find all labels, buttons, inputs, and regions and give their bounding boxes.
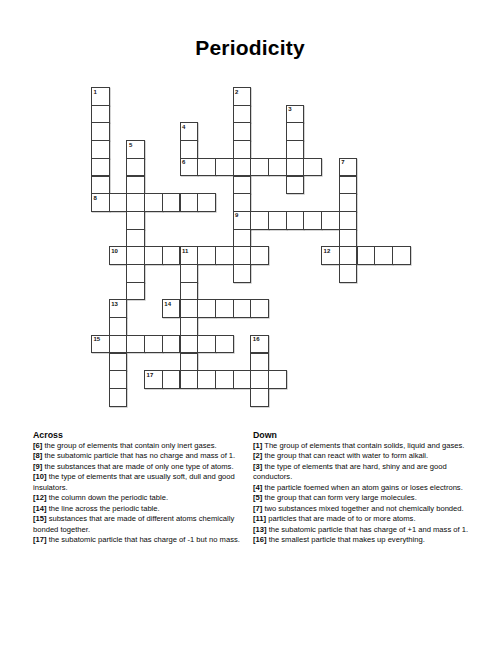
grid-cell-r9c13[interactable]: 12 — [321, 246, 340, 265]
grid-cell-r16c7[interactable] — [215, 370, 234, 389]
grid-cell-r5c0[interactable] — [91, 176, 110, 195]
grid-cell-r4c7[interactable] — [215, 158, 234, 177]
grid-cell-r8c8[interactable] — [233, 229, 252, 248]
cell-number: 16 — [253, 336, 260, 342]
grid-cell-r9c5[interactable]: 11 — [180, 246, 199, 265]
clue-down-11: [11] particles that are made of to or mo… — [253, 514, 469, 525]
grid-cell-r9c16[interactable] — [374, 246, 393, 265]
clue-text: the group that can form very large molec… — [262, 493, 416, 502]
cell-number: 11 — [182, 248, 188, 254]
grid-cell-r12c1[interactable]: 13 — [109, 299, 128, 318]
grid-cell-r12c7[interactable] — [215, 299, 234, 318]
clue-down-13: [13] the subatomic particle that has cha… — [253, 525, 469, 536]
cell-number: 15 — [94, 336, 101, 342]
grid-cell-r13c1[interactable] — [109, 317, 128, 336]
clue-across-12: [12] the column down the periodic table. — [33, 493, 247, 504]
clue-number: [15] — [33, 514, 47, 523]
grid-cell-r7c11[interactable] — [286, 211, 305, 230]
grid-cell-r6c14[interactable] — [339, 193, 358, 212]
grid-cell-r12c5[interactable] — [180, 299, 199, 318]
grid-cell-r14c6[interactable] — [197, 335, 216, 354]
grid-cell-r12c9[interactable] — [250, 299, 269, 318]
grid-cell-r14c9[interactable]: 16 — [250, 335, 269, 354]
grid-cell-r9c1[interactable]: 10 — [109, 246, 128, 265]
clue-down-1: [1] The group of elements that contain s… — [253, 441, 469, 452]
grid-cell-r6c0[interactable]: 8 — [91, 193, 110, 212]
clue-across-10: [10] the type of elements that are usual… — [33, 472, 247, 493]
grid-cell-r4c14[interactable]: 7 — [339, 158, 358, 177]
grid-cell-r4c10[interactable] — [268, 158, 287, 177]
grid-cell-r9c7[interactable] — [215, 246, 234, 265]
grid-cell-r16c8[interactable] — [233, 370, 252, 389]
clue-text: the line across the periodic table. — [47, 504, 160, 513]
clue-text: the subatomic particle that has charge o… — [47, 535, 240, 544]
clue-down-2: [2] the group that can react with water … — [253, 451, 469, 462]
grid-cell-r3c11[interactable] — [286, 140, 305, 159]
grid-cell-r3c2[interactable]: 5 — [126, 140, 145, 159]
grid-cell-r16c3[interactable]: 17 — [144, 370, 163, 389]
grid-cell-r14c3[interactable] — [144, 335, 163, 354]
clue-number: [7] — [253, 504, 262, 513]
grid-cell-r0c8[interactable]: 2 — [233, 87, 252, 106]
clue-text: the subatomic particle that has charge o… — [267, 525, 469, 534]
grid-cell-r14c2[interactable] — [126, 335, 145, 354]
grid-cell-r7c2[interactable] — [126, 211, 145, 230]
grid-cell-r7c13[interactable] — [321, 211, 340, 230]
clue-number: [11] — [253, 514, 266, 523]
cell-number: 10 — [111, 248, 118, 254]
clue-text: the substances that are made of only one… — [42, 462, 233, 471]
grid-cell-r2c8[interactable] — [233, 122, 252, 141]
clue-number: [6] — [33, 441, 42, 450]
grid-cell-r10c5[interactable] — [180, 264, 199, 283]
grid-cell-r7c9[interactable] — [250, 211, 269, 230]
clue-text: the type of elements that are usually so… — [33, 472, 235, 492]
clue-text: the subatomic particle that has no charg… — [42, 451, 235, 460]
clue-text: substances that are made of different at… — [33, 514, 234, 534]
cell-number: 6 — [182, 159, 185, 165]
clue-number: [17] — [33, 535, 47, 544]
grid-cell-r16c10[interactable] — [268, 370, 287, 389]
grid-cell-r4c12[interactable] — [303, 158, 322, 177]
grid-cell-r2c11[interactable] — [286, 122, 305, 141]
clue-down-3: [3] the type of elements that are hard, … — [253, 462, 469, 483]
grid-cell-r11c2[interactable] — [126, 282, 145, 301]
grid-cell-r16c9[interactable] — [250, 370, 269, 389]
cell-number: 2 — [235, 89, 238, 95]
grid-cell-r5c11[interactable] — [286, 176, 305, 195]
grid-cell-r13c5[interactable] — [180, 317, 199, 336]
clue-number: [16] — [253, 535, 267, 544]
grid-cell-r14c4[interactable] — [162, 335, 181, 354]
clue-text: the group of elements that contain only … — [42, 441, 216, 450]
grid-cell-r9c8[interactable] — [233, 246, 252, 265]
grid-cell-r16c5[interactable] — [180, 370, 199, 389]
grid-cell-r0c0[interactable]: 1 — [91, 87, 110, 106]
grid-cell-r10c2[interactable] — [126, 264, 145, 283]
grid-cell-r9c14[interactable] — [339, 246, 358, 265]
grid-cell-r9c4[interactable] — [162, 246, 181, 265]
clue-number: [3] — [253, 462, 262, 471]
clue-text: the column down the periodic table. — [47, 493, 169, 502]
clue-text: the group that can react with water to f… — [262, 451, 428, 460]
clue-text: the particle foemed when an atom gains o… — [262, 483, 463, 492]
grid-cell-r9c17[interactable] — [392, 246, 411, 265]
cell-number: 13 — [111, 301, 118, 307]
cell-number: 4 — [182, 124, 185, 130]
grid-cell-r10c8[interactable] — [233, 264, 252, 283]
clue-text: the type of elements that are hard, shin… — [253, 462, 447, 482]
grid-cell-r8c14[interactable] — [339, 229, 358, 248]
grid-cell-r8c2[interactable] — [126, 229, 145, 248]
down-clues: Down [1] The group of elements that cont… — [253, 430, 469, 546]
clue-across-9: [9] the substances that are made of only… — [33, 462, 247, 473]
grid-cell-r4c8[interactable] — [233, 158, 252, 177]
grid-cell-r7c12[interactable] — [303, 211, 322, 230]
down-heading: Down — [253, 430, 469, 441]
grid-cell-r9c6[interactable] — [197, 246, 216, 265]
cell-number: 17 — [147, 372, 154, 378]
grid-cell-r9c3[interactable] — [144, 246, 163, 265]
clue-across-14: [14] the line across the periodic table. — [33, 504, 247, 515]
clue-across-17: [17] the subatomic particle that has cha… — [33, 535, 247, 546]
grid-cell-r12c8[interactable] — [233, 299, 252, 318]
grid-cell-r9c15[interactable] — [357, 246, 376, 265]
grid-cell-r3c8[interactable] — [233, 140, 252, 159]
page: Periodicity 1234567891011121314151617 Ac… — [0, 0, 500, 647]
grid-cell-r5c2[interactable] — [126, 176, 145, 195]
grid-cell-r9c9[interactable] — [250, 246, 269, 265]
grid-cell-r4c11[interactable] — [286, 158, 305, 177]
across-clues: Across [6] the group of elements that co… — [33, 430, 247, 546]
across-heading: Across — [33, 430, 247, 441]
clue-text: particles that are made of to or more at… — [266, 514, 415, 523]
grid-cell-r6c6[interactable] — [197, 193, 216, 212]
grid-cell-r16c4[interactable] — [162, 370, 181, 389]
grid-cell-r10c14[interactable] — [339, 264, 358, 283]
clue-number: [14] — [33, 504, 47, 513]
grid-cell-r14c1[interactable] — [109, 335, 128, 354]
clue-down-5: [5] the group that can form very large m… — [253, 493, 469, 504]
grid-cell-r17c9[interactable] — [250, 388, 269, 407]
clue-down-4: [4] the particle foemed when an atom gai… — [253, 483, 469, 494]
grid-cell-r12c4[interactable]: 14 — [162, 299, 181, 318]
grid-cell-r7c8[interactable]: 9 — [233, 211, 252, 230]
grid-cell-r5c14[interactable] — [339, 176, 358, 195]
grid-cell-r3c0[interactable] — [91, 140, 110, 159]
grid-cell-r7c14[interactable] — [339, 211, 358, 230]
grid-cell-r2c0[interactable] — [91, 122, 110, 141]
grid-cell-r1c8[interactable] — [233, 105, 252, 124]
grid-cell-r4c0[interactable] — [91, 158, 110, 177]
clue-number: [4] — [253, 483, 262, 492]
clue-text: two substances mixed together and not ch… — [262, 504, 463, 513]
grid-cell-r12c6[interactable] — [197, 299, 216, 318]
grid-cell-r4c6[interactable] — [197, 158, 216, 177]
clue-across-6: [6] the group of elements that contain o… — [33, 441, 247, 452]
clue-across-15: [15] substances that are made of differe… — [33, 514, 247, 535]
clue-down-7: [7] two substances mixed together and no… — [253, 504, 469, 515]
grid-cell-r15c1[interactable] — [109, 353, 128, 372]
grid-cell-r4c5[interactable]: 6 — [180, 158, 199, 177]
clue-number: [13] — [253, 525, 267, 534]
grid-cell-r14c5[interactable] — [180, 335, 199, 354]
cell-number: 7 — [341, 159, 344, 165]
grid-cell-r9c2[interactable] — [126, 246, 145, 265]
grid-cell-r6c4[interactable] — [162, 193, 181, 212]
page-title: Periodicity — [0, 36, 500, 60]
grid-cell-r6c1[interactable] — [109, 193, 128, 212]
clue-number: [10] — [33, 472, 47, 481]
clue-down-16: [16] the smallest particle that makes up… — [253, 535, 469, 546]
grid-cell-r14c0[interactable]: 15 — [91, 335, 110, 354]
crossword-grid: 1234567891011121314151617 — [91, 87, 411, 407]
clue-number: [1] — [253, 441, 262, 450]
cell-number: 9 — [235, 212, 238, 218]
cell-number: 3 — [288, 106, 291, 112]
grid-cell-r6c5[interactable] — [180, 193, 199, 212]
clue-number: [12] — [33, 493, 47, 502]
grid-cell-r5c8[interactable] — [233, 176, 252, 195]
grid-cell-r11c5[interactable] — [180, 282, 199, 301]
grid-cell-r7c10[interactable] — [268, 211, 287, 230]
grid-cell-r4c9[interactable] — [250, 158, 269, 177]
clue-text: The group of elements that contain solid… — [262, 441, 464, 450]
grid-cell-r2c5[interactable]: 4 — [180, 122, 199, 141]
cell-number: 1 — [94, 89, 97, 95]
grid-cell-r16c1[interactable] — [109, 370, 128, 389]
grid-cell-r6c8[interactable] — [233, 193, 252, 212]
grid-cell-r15c5[interactable] — [180, 353, 199, 372]
grid-cell-r15c9[interactable] — [250, 353, 269, 372]
clue-across-8: [8] the subatomic particle that has no c… — [33, 451, 247, 462]
cell-number: 12 — [324, 248, 331, 254]
grid-cell-r3c5[interactable] — [180, 140, 199, 159]
grid-cell-r16c6[interactable] — [197, 370, 216, 389]
grid-cell-r6c3[interactable] — [144, 193, 163, 212]
grid-cell-r14c7[interactable] — [215, 335, 234, 354]
grid-cell-r1c0[interactable] — [91, 105, 110, 124]
grid-cell-r4c2[interactable] — [126, 158, 145, 177]
clue-number: [8] — [33, 451, 42, 460]
grid-cell-r17c1[interactable] — [109, 388, 128, 407]
cell-number: 14 — [164, 301, 171, 307]
cell-number: 5 — [129, 142, 132, 148]
cell-number: 8 — [94, 195, 97, 201]
clue-number: [9] — [33, 462, 42, 471]
clue-number: [5] — [253, 493, 262, 502]
grid-cell-r6c2[interactable] — [126, 193, 145, 212]
clue-number: [2] — [253, 451, 262, 460]
clue-text: the smallest particle that makes up ever… — [267, 535, 425, 544]
grid-cell-r1c11[interactable]: 3 — [286, 105, 305, 124]
